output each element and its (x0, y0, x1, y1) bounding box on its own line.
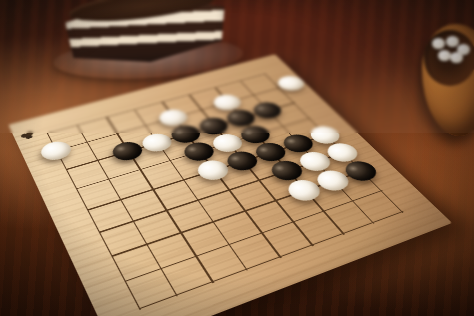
bowl-white-stone (432, 38, 445, 49)
maker-stamp-icon (19, 131, 36, 141)
bowl-white-stone (450, 52, 463, 63)
photo-scene (0, 0, 474, 316)
bowl-white-stone (438, 50, 451, 61)
bowl-white-stone (446, 36, 459, 47)
bowl-stones (426, 34, 474, 82)
go-board (8, 54, 452, 316)
go-stone-bowl (422, 24, 474, 136)
